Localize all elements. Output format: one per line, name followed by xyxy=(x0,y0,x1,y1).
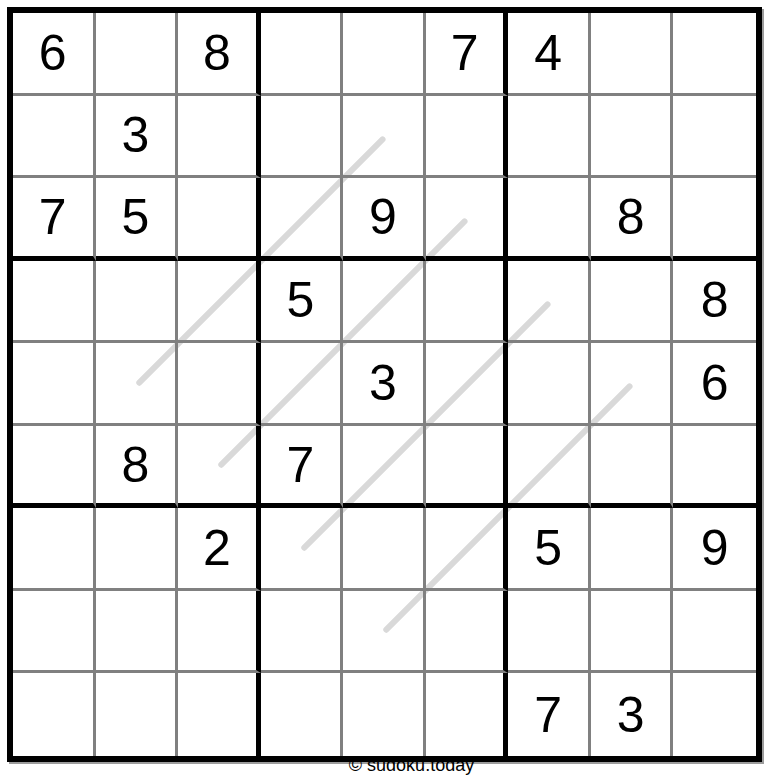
cell-r5c5[interactable]: 3 xyxy=(343,343,426,426)
cell-r7c6[interactable] xyxy=(426,508,509,591)
given-digit: 9 xyxy=(701,523,729,573)
cell-r9c3[interactable] xyxy=(178,673,261,756)
cell-r6c5[interactable] xyxy=(343,426,426,509)
cell-r7c1[interactable] xyxy=(13,508,96,591)
copyright-text: © sudoku.today xyxy=(349,755,474,776)
cell-r1c2[interactable] xyxy=(96,13,179,96)
cell-r4c5[interactable] xyxy=(343,261,426,344)
cell-r9c5[interactable] xyxy=(343,673,426,756)
cell-r2c2[interactable]: 3 xyxy=(96,96,179,179)
cell-r5c2[interactable] xyxy=(96,343,179,426)
cell-r2c1[interactable] xyxy=(13,96,96,179)
given-digit: 8 xyxy=(121,440,149,490)
cell-r7c3[interactable]: 2 xyxy=(178,508,261,591)
given-digit: 4 xyxy=(534,28,562,78)
given-digit: 7 xyxy=(287,440,315,490)
cell-r4c4[interactable]: 5 xyxy=(261,261,344,344)
cell-r6c6[interactable] xyxy=(426,426,509,509)
cell-r1c3[interactable]: 8 xyxy=(178,13,261,96)
cell-r3c6[interactable] xyxy=(426,178,509,261)
cell-r7c5[interactable] xyxy=(343,508,426,591)
given-digit: 8 xyxy=(203,28,231,78)
cell-r8c6[interactable] xyxy=(426,591,509,674)
cell-r6c3[interactable] xyxy=(178,426,261,509)
cell-r9c1[interactable] xyxy=(13,673,96,756)
given-digit: 3 xyxy=(369,358,397,408)
cell-r3c8[interactable]: 8 xyxy=(591,178,674,261)
cell-r9c9[interactable] xyxy=(673,673,756,756)
cell-r9c4[interactable] xyxy=(261,673,344,756)
cell-r4c7[interactable] xyxy=(508,261,591,344)
cell-r2c7[interactable] xyxy=(508,96,591,179)
cell-r5c1[interactable] xyxy=(13,343,96,426)
cell-r7c2[interactable] xyxy=(96,508,179,591)
cell-r7c4[interactable] xyxy=(261,508,344,591)
cell-r5c8[interactable] xyxy=(591,343,674,426)
cell-r6c4[interactable]: 7 xyxy=(261,426,344,509)
cell-r1c5[interactable] xyxy=(343,13,426,96)
cells-layer: 68743759858368725973 xyxy=(13,13,756,756)
cell-r1c7[interactable]: 4 xyxy=(508,13,591,96)
cell-r2c5[interactable] xyxy=(343,96,426,179)
cell-r1c6[interactable]: 7 xyxy=(426,13,509,96)
cell-r9c2[interactable] xyxy=(96,673,179,756)
cell-r7c7[interactable]: 5 xyxy=(508,508,591,591)
cell-r3c9[interactable] xyxy=(673,178,756,261)
given-digit: 3 xyxy=(617,690,645,740)
cell-r4c9[interactable]: 8 xyxy=(673,261,756,344)
cell-r1c9[interactable] xyxy=(673,13,756,96)
cell-r2c3[interactable] xyxy=(178,96,261,179)
cell-r9c6[interactable] xyxy=(426,673,509,756)
cell-r1c4[interactable] xyxy=(261,13,344,96)
cell-r5c6[interactable] xyxy=(426,343,509,426)
cell-r9c8[interactable]: 3 xyxy=(591,673,674,756)
cell-r8c5[interactable] xyxy=(343,591,426,674)
cell-r1c8[interactable] xyxy=(591,13,674,96)
cell-r8c8[interactable] xyxy=(591,591,674,674)
given-digit: 5 xyxy=(287,275,315,325)
given-digit: 9 xyxy=(369,192,397,242)
cell-r5c9[interactable]: 6 xyxy=(673,343,756,426)
cell-r4c8[interactable] xyxy=(591,261,674,344)
cell-r8c9[interactable] xyxy=(673,591,756,674)
given-digit: 8 xyxy=(617,192,645,242)
cell-r5c7[interactable] xyxy=(508,343,591,426)
cell-r3c7[interactable] xyxy=(508,178,591,261)
given-digit: 7 xyxy=(39,192,67,242)
cell-r2c9[interactable] xyxy=(673,96,756,179)
sudoku-board: 68743759858368725973 xyxy=(7,7,762,762)
cell-r4c2[interactable] xyxy=(96,261,179,344)
given-digit: 7 xyxy=(534,690,562,740)
cell-r4c6[interactable] xyxy=(426,261,509,344)
cell-r4c3[interactable] xyxy=(178,261,261,344)
cell-r8c7[interactable] xyxy=(508,591,591,674)
given-digit: 7 xyxy=(451,28,479,78)
cell-r8c2[interactable] xyxy=(96,591,179,674)
given-digit: 6 xyxy=(39,28,67,78)
cell-r3c1[interactable]: 7 xyxy=(13,178,96,261)
cell-r3c3[interactable] xyxy=(178,178,261,261)
cell-r3c5[interactable]: 9 xyxy=(343,178,426,261)
cell-r2c4[interactable] xyxy=(261,96,344,179)
footer: © sudoku.today xyxy=(0,755,767,776)
cell-r3c4[interactable] xyxy=(261,178,344,261)
cell-r6c1[interactable] xyxy=(13,426,96,509)
given-digit: 8 xyxy=(701,275,729,325)
cell-r6c2[interactable]: 8 xyxy=(96,426,179,509)
cell-r7c9[interactable]: 9 xyxy=(673,508,756,591)
cell-r8c4[interactable] xyxy=(261,591,344,674)
cell-r6c9[interactable] xyxy=(673,426,756,509)
cell-r1c1[interactable]: 6 xyxy=(13,13,96,96)
cell-r8c3[interactable] xyxy=(178,591,261,674)
cell-r6c8[interactable] xyxy=(591,426,674,509)
given-digit: 5 xyxy=(534,523,562,573)
cell-r5c4[interactable] xyxy=(261,343,344,426)
cell-r2c6[interactable] xyxy=(426,96,509,179)
cell-r6c7[interactable] xyxy=(508,426,591,509)
cell-r9c7[interactable]: 7 xyxy=(508,673,591,756)
cell-r7c8[interactable] xyxy=(591,508,674,591)
cell-r3c2[interactable]: 5 xyxy=(96,178,179,261)
given-digit: 3 xyxy=(121,110,149,160)
cell-r5c3[interactable] xyxy=(178,343,261,426)
given-digit: 5 xyxy=(121,192,149,242)
given-digit: 6 xyxy=(701,358,729,408)
cell-r2c8[interactable] xyxy=(591,96,674,179)
given-digit: 2 xyxy=(203,523,231,573)
cell-r8c1[interactable] xyxy=(13,591,96,674)
cell-r4c1[interactable] xyxy=(13,261,96,344)
